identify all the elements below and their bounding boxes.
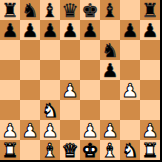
square-c7[interactable]: ♟ (40, 20, 60, 40)
square-d2[interactable] (60, 120, 80, 140)
square-h2[interactable]: ♟ (140, 120, 160, 140)
square-a6[interactable] (0, 40, 20, 60)
piece-black-pawn-icon[interactable]: ♟ (101, 60, 118, 80)
square-f2[interactable]: ♟ (100, 120, 120, 140)
square-c8[interactable]: ♝ (40, 0, 60, 20)
square-b2[interactable]: ♟ (20, 120, 40, 140)
square-f1[interactable]: ♝ (100, 140, 120, 160)
piece-white-bishop-icon[interactable]: ♝ (41, 140, 58, 160)
square-h3[interactable] (140, 100, 160, 120)
square-d5[interactable] (60, 60, 80, 80)
square-d4[interactable]: ♟ (60, 80, 80, 100)
square-b5[interactable] (20, 60, 40, 80)
piece-black-pawn-icon[interactable]: ♟ (1, 20, 18, 40)
square-e7[interactable]: ♟ (80, 20, 100, 40)
square-d7[interactable]: ♟ (60, 20, 80, 40)
chess-board-window: ♜♞♝♛♚♝♜♟♟♟♟♟♟♟♞♟♟♟♞♟♟♟♟♟♟♜♝♛♚♝♞♜ (0, 0, 162, 162)
square-d6[interactable] (60, 40, 80, 60)
square-e3[interactable] (80, 100, 100, 120)
square-g4[interactable]: ♟ (120, 80, 140, 100)
piece-white-pawn-icon[interactable]: ♟ (61, 80, 78, 100)
piece-black-king-icon[interactable]: ♚ (81, 0, 98, 20)
piece-white-knight-icon[interactable]: ♞ (121, 140, 138, 160)
square-b7[interactable]: ♟ (20, 20, 40, 40)
piece-black-queen-icon[interactable]: ♛ (61, 0, 78, 20)
square-h8[interactable]: ♜ (140, 0, 160, 20)
square-e2[interactable]: ♟ (80, 120, 100, 140)
square-e8[interactable]: ♚ (80, 0, 100, 20)
square-c4[interactable] (40, 80, 60, 100)
piece-black-pawn-icon[interactable]: ♟ (121, 20, 138, 40)
square-f7[interactable] (100, 20, 120, 40)
piece-black-knight-icon[interactable]: ♞ (21, 0, 38, 20)
piece-black-pawn-icon[interactable]: ♟ (141, 20, 158, 40)
square-f4[interactable] (100, 80, 120, 100)
square-g7[interactable]: ♟ (120, 20, 140, 40)
piece-white-king-icon[interactable]: ♚ (81, 140, 98, 160)
square-h1[interactable]: ♜ (140, 140, 160, 160)
square-g6[interactable] (120, 40, 140, 60)
square-c2[interactable]: ♟ (40, 120, 60, 140)
piece-white-pawn-icon[interactable]: ♟ (41, 120, 58, 140)
square-g5[interactable] (120, 60, 140, 80)
square-b4[interactable] (20, 80, 40, 100)
square-e1[interactable]: ♚ (80, 140, 100, 160)
square-a8[interactable]: ♜ (0, 0, 20, 20)
square-a5[interactable] (0, 60, 20, 80)
piece-black-rook-icon[interactable]: ♜ (1, 0, 18, 20)
square-h6[interactable] (140, 40, 160, 60)
square-g1[interactable]: ♞ (120, 140, 140, 160)
piece-black-knight-icon[interactable]: ♞ (101, 40, 118, 60)
square-d8[interactable]: ♛ (60, 0, 80, 20)
square-e4[interactable] (80, 80, 100, 100)
piece-white-knight-icon[interactable]: ♞ (41, 100, 58, 120)
piece-black-pawn-icon[interactable]: ♟ (41, 20, 58, 40)
square-g3[interactable] (120, 100, 140, 120)
square-h5[interactable] (140, 60, 160, 80)
square-f8[interactable]: ♝ (100, 0, 120, 20)
square-c3[interactable]: ♞ (40, 100, 60, 120)
square-g2[interactable] (120, 120, 140, 140)
square-h7[interactable]: ♟ (140, 20, 160, 40)
square-a2[interactable]: ♟ (0, 120, 20, 140)
square-g8[interactable] (120, 0, 140, 20)
piece-white-queen-icon[interactable]: ♛ (61, 140, 78, 160)
piece-black-bishop-icon[interactable]: ♝ (101, 0, 118, 20)
piece-black-bishop-icon[interactable]: ♝ (41, 0, 58, 20)
square-b6[interactable] (20, 40, 40, 60)
piece-black-pawn-icon[interactable]: ♟ (61, 20, 78, 40)
piece-white-pawn-icon[interactable]: ♟ (21, 120, 38, 140)
piece-white-pawn-icon[interactable]: ♟ (141, 120, 158, 140)
piece-white-rook-icon[interactable]: ♜ (1, 140, 18, 160)
square-e6[interactable] (80, 40, 100, 60)
square-a7[interactable]: ♟ (0, 20, 20, 40)
square-a4[interactable] (0, 80, 20, 100)
square-c1[interactable]: ♝ (40, 140, 60, 160)
square-f5[interactable]: ♟ (100, 60, 120, 80)
square-f6[interactable]: ♞ (100, 40, 120, 60)
square-h4[interactable] (140, 80, 160, 100)
chess-board[interactable]: ♜♞♝♛♚♝♜♟♟♟♟♟♟♟♞♟♟♟♞♟♟♟♟♟♟♜♝♛♚♝♞♜ (0, 0, 162, 162)
piece-white-rook-icon[interactable]: ♜ (141, 140, 158, 160)
square-b8[interactable]: ♞ (20, 0, 40, 20)
piece-black-rook-icon[interactable]: ♜ (141, 0, 158, 20)
square-a1[interactable]: ♜ (0, 140, 20, 160)
piece-white-pawn-icon[interactable]: ♟ (121, 80, 138, 100)
piece-white-bishop-icon[interactable]: ♝ (101, 140, 118, 160)
square-c5[interactable] (40, 60, 60, 80)
square-a3[interactable] (0, 100, 20, 120)
square-d1[interactable]: ♛ (60, 140, 80, 160)
square-e5[interactable] (80, 60, 100, 80)
square-b1[interactable] (20, 140, 40, 160)
piece-black-pawn-icon[interactable]: ♟ (21, 20, 38, 40)
piece-white-pawn-icon[interactable]: ♟ (1, 120, 18, 140)
piece-black-pawn-icon[interactable]: ♟ (81, 20, 98, 40)
square-f3[interactable] (100, 100, 120, 120)
square-b3[interactable] (20, 100, 40, 120)
piece-white-pawn-icon[interactable]: ♟ (81, 120, 98, 140)
piece-white-pawn-icon[interactable]: ♟ (101, 120, 118, 140)
square-d3[interactable] (60, 100, 80, 120)
square-c6[interactable] (40, 40, 60, 60)
